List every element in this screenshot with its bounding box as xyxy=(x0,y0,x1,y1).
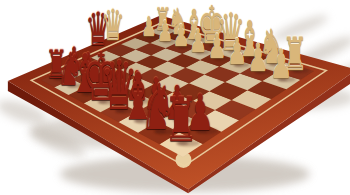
chess-set-product-photo: ♜♞♟♝♟♚♟♛♟♝♟♞♟♟♜♟♟♜♟♟♞♟♝♟♚♟♛♟♝♟♞♜♛♛ xyxy=(0,0,350,195)
chess-board xyxy=(0,0,350,195)
